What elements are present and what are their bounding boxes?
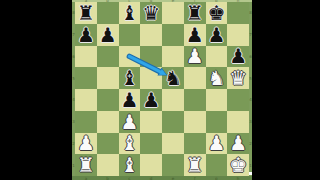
square-g7[interactable]: ♟ xyxy=(206,24,228,46)
square-e4[interactable] xyxy=(162,89,184,111)
square-h5[interactable]: ♛ xyxy=(227,67,249,89)
piece-white-queen[interactable]: ♛ xyxy=(229,68,247,88)
square-b6[interactable] xyxy=(97,46,119,68)
square-f3[interactable] xyxy=(184,111,206,133)
square-g4[interactable] xyxy=(206,89,228,111)
square-c6[interactable] xyxy=(119,46,141,68)
square-c2[interactable]: ♝ xyxy=(119,133,141,155)
square-h7[interactable] xyxy=(227,24,249,46)
rank-label: 8 xyxy=(249,2,252,24)
square-a3[interactable] xyxy=(75,111,97,133)
square-c4[interactable]: ♟ xyxy=(119,89,141,111)
piece-white-pawn[interactable]: ♟ xyxy=(120,111,138,131)
piece-black-pawn[interactable]: ♟ xyxy=(229,46,247,66)
piece-white-knight[interactable]: ♞ xyxy=(207,68,225,88)
square-g5[interactable]: ♞ xyxy=(206,67,228,89)
square-b3[interactable] xyxy=(97,111,119,133)
square-e3[interactable] xyxy=(162,111,184,133)
square-d5[interactable] xyxy=(140,67,162,89)
square-f2[interactable] xyxy=(184,133,206,155)
square-h8[interactable] xyxy=(227,2,249,24)
square-a7[interactable]: ♟ xyxy=(75,24,97,46)
square-e8[interactable] xyxy=(162,2,184,24)
piece-black-rook[interactable]: ♜ xyxy=(186,2,204,22)
square-c1[interactable]: ♝ xyxy=(119,154,141,176)
square-h3[interactable] xyxy=(227,111,249,133)
square-f5[interactable] xyxy=(184,67,206,89)
chess-board: abcdefgh abcdefgh 87654321 87654321 ♜♝♛♜… xyxy=(72,0,252,180)
corner-dot xyxy=(249,172,252,175)
letterbox-left xyxy=(0,0,72,180)
square-d8[interactable]: ♛ xyxy=(140,2,162,24)
square-b7[interactable]: ♟ xyxy=(97,24,119,46)
piece-black-pawn[interactable]: ♟ xyxy=(142,89,160,109)
square-a5[interactable] xyxy=(75,67,97,89)
piece-white-rook[interactable]: ♜ xyxy=(186,155,204,175)
square-g1[interactable] xyxy=(206,154,228,176)
piece-black-pawn[interactable]: ♟ xyxy=(120,89,138,109)
square-d4[interactable]: ♟ xyxy=(140,89,162,111)
piece-black-king[interactable]: ♚ xyxy=(207,2,225,22)
letterbox-right xyxy=(252,0,320,180)
square-g3[interactable] xyxy=(206,111,228,133)
rank-label: 7 xyxy=(249,24,252,46)
square-d1[interactable] xyxy=(140,154,162,176)
piece-black-pawn[interactable]: ♟ xyxy=(77,24,95,44)
rank-label: 5 xyxy=(249,67,252,89)
square-f7[interactable]: ♟ xyxy=(184,24,206,46)
square-a6[interactable] xyxy=(75,46,97,68)
rank-label: 3 xyxy=(249,111,252,133)
square-e7[interactable] xyxy=(162,24,184,46)
square-c7[interactable] xyxy=(119,24,141,46)
square-a2[interactable]: ♟ xyxy=(75,133,97,155)
square-f1[interactable]: ♜ xyxy=(184,154,206,176)
square-d3[interactable] xyxy=(140,111,162,133)
rank-label: 4 xyxy=(249,89,252,111)
square-c5[interactable]: ♝ xyxy=(119,67,141,89)
piece-black-knight[interactable]: ♞ xyxy=(164,68,182,88)
thumbnail-stage: abcdefgh abcdefgh 87654321 87654321 ♜♝♛♜… xyxy=(0,0,320,180)
square-d2[interactable] xyxy=(140,133,162,155)
piece-black-bishop[interactable]: ♝ xyxy=(120,2,138,22)
rank-label: 2 xyxy=(249,133,252,155)
square-h2[interactable]: ♟ xyxy=(227,133,249,155)
square-a1[interactable]: ♜ xyxy=(75,154,97,176)
square-a4[interactable] xyxy=(75,89,97,111)
piece-white-pawn[interactable]: ♟ xyxy=(77,133,95,153)
square-b4[interactable] xyxy=(97,89,119,111)
square-g6[interactable] xyxy=(206,46,228,68)
square-d7[interactable] xyxy=(140,24,162,46)
piece-black-pawn[interactable]: ♟ xyxy=(207,24,225,44)
square-h4[interactable] xyxy=(227,89,249,111)
piece-black-bishop[interactable]: ♝ xyxy=(120,68,138,88)
square-e2[interactable] xyxy=(162,133,184,155)
piece-white-bishop[interactable]: ♝ xyxy=(120,155,138,175)
square-c8[interactable]: ♝ xyxy=(119,2,141,24)
rank-label: 6 xyxy=(249,46,252,68)
square-f8[interactable]: ♜ xyxy=(184,2,206,24)
square-f6[interactable]: ♟ xyxy=(184,46,206,68)
piece-black-rook[interactable]: ♜ xyxy=(77,2,95,22)
rank-labels-right: 87654321 xyxy=(249,2,252,176)
square-h1[interactable]: ♚ xyxy=(227,154,249,176)
square-e6[interactable] xyxy=(162,46,184,68)
square-b2[interactable] xyxy=(97,133,119,155)
piece-white-rook[interactable]: ♜ xyxy=(77,155,95,175)
square-f4[interactable] xyxy=(184,89,206,111)
piece-white-pawn[interactable]: ♟ xyxy=(207,133,225,153)
square-e5[interactable]: ♞ xyxy=(162,67,184,89)
square-h6[interactable]: ♟ xyxy=(227,46,249,68)
board-grid: ♜♝♛♜♚♟♟♟♟♟♟♝♞♞♛♟♟♟♟♝♟♟♜♝♜♚ xyxy=(75,2,249,176)
piece-black-pawn[interactable]: ♟ xyxy=(186,24,204,44)
piece-black-pawn[interactable]: ♟ xyxy=(99,24,117,44)
square-b1[interactable] xyxy=(97,154,119,176)
piece-white-king[interactable]: ♚ xyxy=(229,155,247,175)
piece-white-pawn[interactable]: ♟ xyxy=(229,133,247,153)
square-d6[interactable] xyxy=(140,46,162,68)
square-a8[interactable]: ♜ xyxy=(75,2,97,24)
piece-black-queen[interactable]: ♛ xyxy=(142,2,160,22)
square-b5[interactable] xyxy=(97,67,119,89)
square-g8[interactable]: ♚ xyxy=(206,2,228,24)
square-g2[interactable]: ♟ xyxy=(206,133,228,155)
piece-white-bishop[interactable]: ♝ xyxy=(120,133,138,153)
piece-white-pawn[interactable]: ♟ xyxy=(186,46,204,66)
square-e1[interactable] xyxy=(162,154,184,176)
square-c3[interactable]: ♟ xyxy=(119,111,141,133)
square-b8[interactable] xyxy=(97,2,119,24)
board-border-bottom xyxy=(72,176,252,180)
